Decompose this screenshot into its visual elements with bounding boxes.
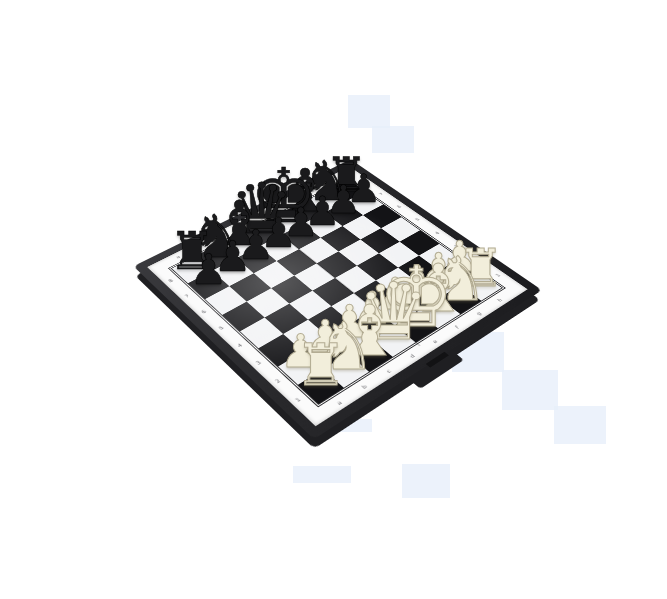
piece-black-pawn: ♟ — [190, 248, 228, 290]
pieces-layer: ♜♞♝♛♚♝♞♜♟♟♟♟♟♟♟♟♟♟♟♟♟♟♟♟♜♞♝♛♚♝♞♜ — [0, 0, 667, 599]
product-photo[interactable]: aa88bb77cc66dd55ee44ff33gg22hh11 ♜♞♝♛♚♝♞… — [0, 0, 667, 599]
piece-white-rook: ♜ — [295, 336, 347, 394]
chess-set-scene: aa88bb77cc66dd55ee44ff33gg22hh11 ♜♞♝♛♚♝♞… — [0, 0, 667, 599]
